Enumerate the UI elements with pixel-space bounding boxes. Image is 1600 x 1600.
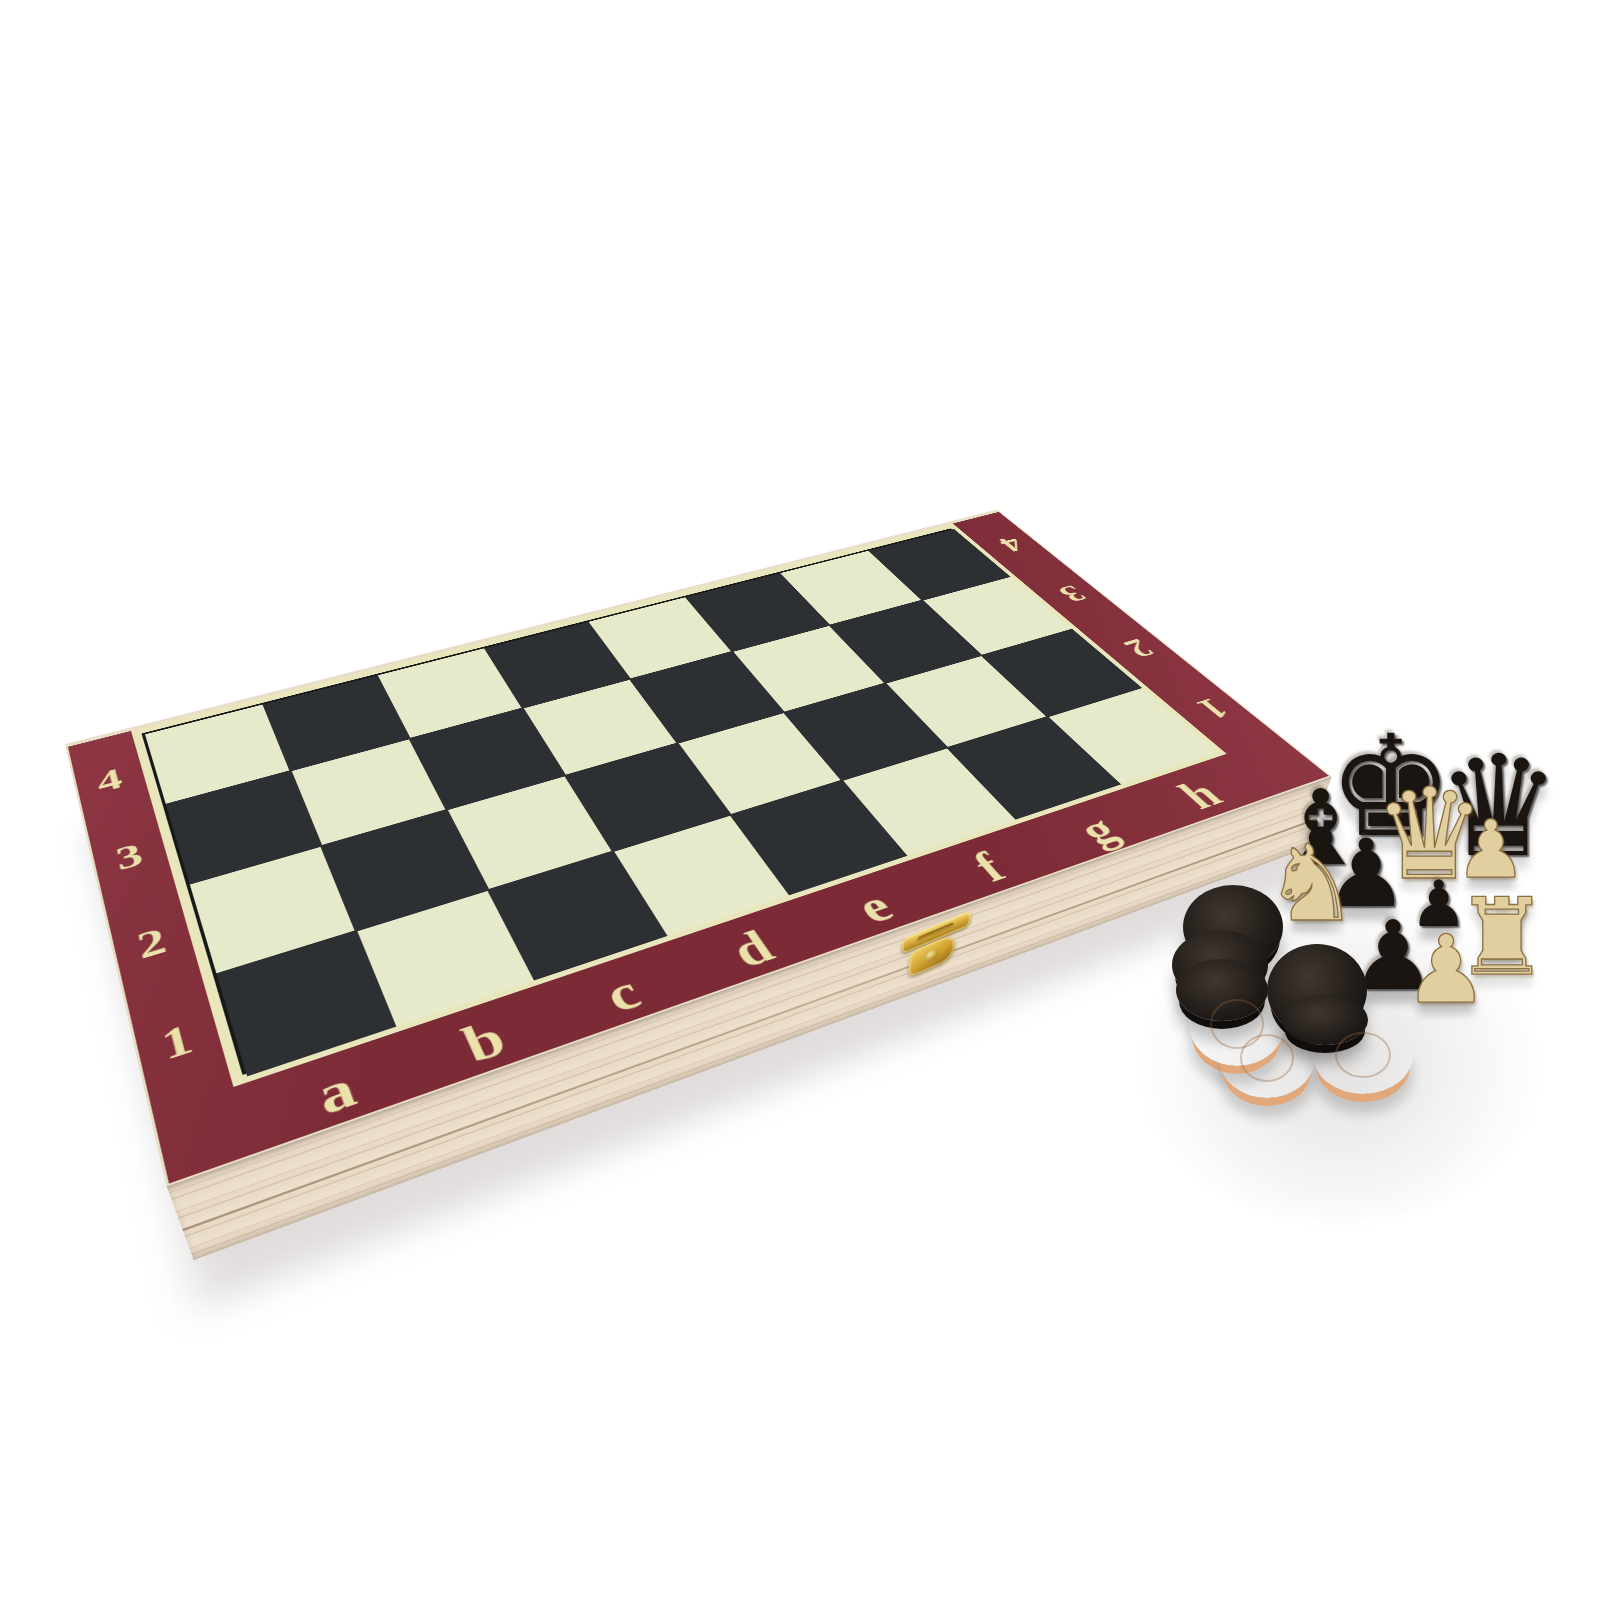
square-e1	[732, 781, 905, 894]
square-b1	[357, 891, 534, 1027]
square-b2	[323, 811, 487, 930]
file-label-b: b	[454, 1009, 514, 1075]
square-d1	[614, 816, 789, 936]
square-f1	[843, 749, 1015, 856]
product-photo-stage: abcdefgh43214321 ♝♚♛♛♟♞♟♟♟♟♜	[0, 0, 1600, 1600]
rank-label-left-4: 4	[93, 762, 125, 800]
square-a1	[217, 932, 394, 1076]
file-label-d: d	[721, 920, 784, 978]
square-a3	[166, 772, 320, 884]
file-label-c: c	[595, 964, 650, 1023]
square-c1	[490, 852, 666, 980]
loose-pieces-cluster: ♝♚♛♛♟♞♟♟♟♟♜	[1100, 640, 1590, 1280]
light-checker-disc	[1219, 1018, 1315, 1098]
board-grid	[145, 529, 1218, 1076]
square-a2	[190, 847, 355, 973]
rank-label-left-3: 3	[112, 836, 147, 878]
square-c2	[448, 776, 612, 889]
rank-label-left-2: 2	[133, 919, 170, 967]
file-label-e: e	[845, 881, 904, 933]
light-pawn-piece: ♟	[1404, 923, 1488, 1017]
file-label-f: f	[962, 844, 1016, 892]
file-label-a: a	[309, 1058, 363, 1127]
light-checker-disc	[1313, 1016, 1413, 1094]
rank-label-right-4: 4	[991, 532, 1032, 557]
rank-label-left-1: 1	[157, 1014, 198, 1069]
board-field-frame	[131, 524, 1227, 1087]
rank-label-right-3: 3	[1050, 580, 1094, 607]
board-field-inner-frame	[142, 528, 1214, 1075]
